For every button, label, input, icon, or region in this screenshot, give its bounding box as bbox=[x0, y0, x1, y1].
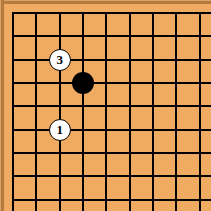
grid-line-horizontal bbox=[12, 12, 211, 14]
move-number-label: 3 bbox=[56, 53, 63, 66]
stone-white-3: 3 bbox=[49, 49, 71, 71]
grid-line-vertical bbox=[129, 12, 131, 211]
go-board-diagram: 31 bbox=[0, 0, 211, 211]
grid-line-vertical bbox=[59, 12, 61, 211]
stone-black-4-4 bbox=[72, 72, 94, 94]
grid-line-vertical bbox=[199, 12, 201, 211]
grid-line-horizontal bbox=[12, 152, 211, 154]
board-frame-left bbox=[0, 0, 4, 211]
grid-line-vertical bbox=[82, 12, 84, 211]
grid-line-horizontal bbox=[12, 129, 211, 131]
grid-line-horizontal bbox=[12, 35, 211, 37]
grid-line-horizontal bbox=[12, 82, 211, 84]
move-number-label: 1 bbox=[56, 123, 63, 136]
grid-line-vertical bbox=[152, 12, 154, 211]
board-frame-top bbox=[0, 0, 211, 4]
grid-line-horizontal bbox=[12, 59, 211, 61]
grid-line-horizontal bbox=[12, 105, 211, 107]
grid-line-horizontal bbox=[12, 199, 211, 201]
stone-white-1: 1 bbox=[49, 119, 71, 141]
grid-line-vertical bbox=[35, 12, 37, 211]
grid-line-vertical bbox=[12, 12, 14, 211]
grid-line-vertical bbox=[175, 12, 177, 211]
grid-line-vertical bbox=[105, 12, 107, 211]
grid-line-horizontal bbox=[12, 175, 211, 177]
